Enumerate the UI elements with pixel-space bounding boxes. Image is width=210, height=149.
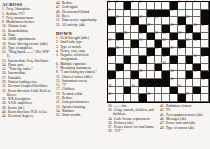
grid-cell[interactable] (147, 71, 155, 79)
cell-number: 24 (139, 33, 142, 36)
black-cell (162, 10, 170, 18)
grid-cell[interactable] (147, 40, 155, 48)
grid-cell[interactable]: 63 (162, 87, 170, 95)
cell-number: 27 (178, 33, 181, 36)
grid-cell[interactable]: 22 (201, 25, 209, 33)
black-cell (170, 87, 178, 95)
grid-cell[interactable]: 37 (131, 48, 139, 56)
cell-number: 20 (178, 25, 181, 28)
grid-cell[interactable]: 9 (124, 10, 132, 18)
grid-cell[interactable] (131, 10, 139, 18)
grid-cell[interactable]: 34 (186, 40, 194, 48)
grid-cell[interactable]: 16 (108, 25, 116, 33)
cell-number: 46 (124, 63, 127, 66)
grid-cell[interactable]: 36 (116, 48, 124, 56)
grid-cell[interactable]: 39 (170, 48, 178, 56)
cell-number: 48 (163, 63, 166, 66)
cell-number: 2 (116, 2, 117, 5)
grid-cell[interactable]: 44 (193, 56, 201, 64)
cell-number: 63 (163, 86, 166, 89)
cell-number: 23 (124, 33, 127, 36)
black-cell (139, 94, 147, 102)
cell-number: 61 (147, 86, 150, 89)
cell-number: 10 (171, 10, 174, 13)
cell-number: 35 (194, 40, 197, 43)
grid-cell[interactable]: 66 (147, 94, 155, 102)
cell-number: 31 (139, 40, 142, 43)
grid-cell[interactable] (124, 40, 132, 48)
cell-number: 30 (116, 40, 119, 43)
cell-number: 66 (147, 94, 150, 97)
grid-cell[interactable] (178, 64, 186, 72)
down-clue-list-1: 1. Field Strength (abb.)2. Small tube ty… (56, 37, 105, 118)
grid-cell[interactable]: 23 (124, 33, 132, 41)
grid-cell[interactable] (131, 94, 139, 102)
grid-cell[interactable]: 18 (147, 25, 155, 33)
cell-number: 47 (139, 63, 142, 66)
clue-number: 8. (56, 70, 59, 74)
grid-cell[interactable] (178, 71, 186, 79)
grid-cell[interactable] (201, 2, 209, 10)
clue-number: 31. (2, 84, 7, 88)
cell-number: 55 (132, 79, 135, 82)
cell-number: 16 (108, 25, 111, 28)
grid-cell[interactable]: 3 (131, 2, 139, 10)
clue-text: Electrical degrees. (8, 114, 34, 118)
cell-number: 21 (194, 25, 197, 28)
grid-cell[interactable]: 4 (139, 2, 147, 10)
grid-cell[interactable]: 31 (139, 40, 147, 48)
cell-number: 58 (202, 79, 205, 82)
grid-cell[interactable]: 40 (178, 48, 186, 56)
clue-number: 23. (2, 59, 7, 63)
clue-text: Crisp, smooth, slickless, and thickless. (113, 108, 154, 116)
clue-number: 12. (56, 75, 61, 79)
down-clues-column-2: 26. —— hat.30. Crisp, smooth, slickless,… (108, 105, 157, 135)
grid-cell[interactable] (116, 94, 124, 102)
cell-number: 33 (171, 40, 174, 43)
cell-number: 25 (155, 33, 158, 36)
clue-item: 39. “P.T.” (108, 130, 157, 134)
clue-number: 26. (2, 71, 7, 75)
grid-cell[interactable] (147, 2, 155, 10)
cell-number: 62 (155, 86, 158, 89)
across-clues-column: ACROSS 1. Freq. Absorption.3. Bedtime TV… (2, 2, 53, 119)
middle-clues-column: 44. Reduce.47. Grid signal.48. Electrocu… (56, 2, 105, 119)
grid-cell[interactable] (155, 56, 163, 64)
grid-cell[interactable]: 12 (139, 17, 147, 25)
cell-number: 28 (186, 33, 189, 36)
grid-cell[interactable] (170, 94, 178, 102)
cell-number: 45 (202, 56, 205, 59)
cell-number: 29 (108, 40, 111, 43)
grid-cell[interactable] (178, 10, 186, 18)
clue-number: 22. (56, 100, 61, 104)
grid-cell[interactable]: 46 (124, 64, 132, 72)
grid-cell[interactable]: 58 (201, 79, 209, 87)
cell-number: 22 (202, 25, 205, 28)
clue-number: 43. (2, 114, 7, 118)
clue-number: 36. (2, 101, 7, 105)
clue-text: Static trouble. (62, 113, 82, 117)
grid-cell[interactable] (124, 94, 132, 102)
black-cell (124, 87, 132, 95)
grid-cell[interactable]: 64 (178, 87, 186, 95)
grid-cell[interactable] (201, 33, 209, 41)
grid-cell[interactable] (193, 94, 201, 102)
cell-number: 44 (194, 56, 197, 59)
cell-number: 5 (178, 2, 179, 5)
cell-number: 8 (108, 10, 109, 13)
grid-cell[interactable] (201, 40, 209, 48)
cell-number: 67 (186, 94, 189, 97)
grid-cell[interactable] (193, 10, 201, 18)
cell-number: 6 (186, 2, 187, 5)
clue-number: 47. (160, 121, 165, 125)
clue-number: 52. (56, 23, 61, 27)
grid-cell[interactable]: 35 (193, 40, 201, 48)
grid-cell[interactable] (124, 71, 132, 79)
grid-cell[interactable]: 11 (116, 17, 124, 25)
cell-number: 38 (155, 48, 158, 51)
grid-cell[interactable]: 60 (131, 87, 139, 95)
black-cell (147, 33, 155, 41)
clue-item: 43. Electrical degrees. (2, 115, 53, 119)
crossword-grid: 1234567891011121314151617181920212223242… (107, 1, 210, 103)
grid-cell[interactable]: 21 (193, 25, 201, 33)
grid-cell[interactable]: 57 (186, 79, 194, 87)
grid-cell[interactable] (201, 64, 209, 72)
cell-number: 56 (171, 79, 174, 82)
grid-cell[interactable]: 25 (155, 33, 163, 41)
cell-number: 9 (124, 10, 125, 13)
grid-cell[interactable] (131, 56, 139, 64)
black-cell (139, 79, 147, 87)
cell-number: 12 (139, 17, 142, 20)
grid-cell[interactable] (124, 17, 132, 25)
clue-number: 10. (2, 24, 7, 28)
grid-cell[interactable] (139, 87, 147, 95)
black-cell (193, 87, 201, 95)
cell-number: 41 (108, 56, 111, 59)
clue-number: 47. (56, 5, 61, 9)
grid-cell[interactable]: 50 (116, 71, 124, 79)
grid-cell[interactable]: 51 (139, 71, 147, 79)
black-cell (201, 10, 209, 18)
cell-number: 3 (132, 2, 133, 5)
clue-number: 34. (108, 117, 113, 121)
grid-cell[interactable]: 8 (108, 10, 116, 18)
cell-number: 37 (132, 48, 135, 51)
clue-number: 6. (56, 62, 59, 66)
clue-item: 49. Type of current (ab). (160, 127, 208, 131)
down-clues-column-3: 41. Radiation element.42. TV.45. Test eq… (160, 105, 208, 131)
grid-cell[interactable]: 15 (186, 17, 194, 25)
grid-cell[interactable] (147, 64, 155, 72)
cell-number: 65 (108, 94, 111, 97)
cell-number: 49 (171, 63, 174, 66)
clue-text: Negative coefficient designation. (60, 53, 88, 61)
cell-number: 40 (178, 48, 181, 51)
cell-number: 64 (178, 86, 181, 89)
grid-cell[interactable] (162, 2, 170, 10)
clue-number: 5. (56, 53, 59, 57)
cell-number: 15 (186, 17, 189, 20)
crossword-page: ACROSS 1. Freq. Absorption.3. Bedtime TV… (0, 0, 210, 149)
cell-number: 14 (155, 17, 158, 20)
grid-cell[interactable]: 48 (162, 64, 170, 72)
grid-cell[interactable] (162, 94, 170, 102)
clue-number: 51. (56, 18, 61, 22)
cell-number: 19 (171, 25, 174, 28)
clue-text: “P.T.” (114, 129, 122, 133)
cell-number: 34 (186, 40, 189, 43)
grid-cell[interactable] (186, 48, 194, 56)
cell-number: 54 (108, 79, 111, 82)
black-cell (178, 94, 186, 102)
cell-number: 1 (108, 2, 109, 5)
black-cell (155, 64, 163, 72)
grid-cell[interactable] (116, 79, 124, 87)
cell-number: 43 (163, 56, 166, 59)
cell-number: 57 (186, 79, 189, 82)
grid-cell[interactable] (178, 56, 186, 64)
grid-cell[interactable] (108, 64, 116, 72)
clue-number: 42. (160, 108, 165, 112)
clue-number: 49. (160, 126, 165, 130)
clue-text: Type of current (ab). (166, 126, 195, 130)
crossword-grid-area: 1234567891011121314151617181920212223242… (107, 1, 210, 103)
grid-cell[interactable] (131, 33, 139, 41)
clue-text: “King Spark ——” (Pre-WW-I). (7, 50, 50, 58)
clue-text: Beam direction: Little Rock to Dover. (7, 89, 50, 97)
clue-number: 2. (56, 40, 59, 44)
across-clue-list-1: 1. Freq. Absorption.3. Bedtime TV?7. Fre… (2, 8, 53, 119)
cell-number: 51 (139, 71, 142, 74)
cell-number: 7 (194, 2, 195, 5)
down-clue-list-3: 41. Radiation element.42. TV.45. Test eq… (160, 105, 208, 130)
cell-number: 18 (147, 25, 150, 28)
grid-cell[interactable] (155, 2, 163, 10)
clue-number: 25. (56, 113, 61, 117)
grid-cell[interactable] (116, 25, 124, 33)
across-clue-list-2: 44. Reduce.47. Grid signal.48. Electrocu… (56, 2, 105, 27)
cell-number: 50 (116, 71, 119, 74)
cell-number: 4 (139, 2, 140, 5)
grid-cell[interactable] (201, 94, 209, 102)
grid-cell[interactable]: 29 (108, 40, 116, 48)
grid-cell[interactable]: 17 (131, 25, 139, 33)
cell-number: 59 (108, 86, 111, 89)
clue-number: 1. (2, 7, 5, 11)
grid-cell[interactable]: 56 (170, 79, 178, 87)
grid-cell[interactable]: 5 (178, 2, 186, 10)
grid-cell[interactable]: 14 (155, 17, 163, 25)
grid-cell[interactable] (124, 48, 132, 56)
grid-cell[interactable] (155, 71, 163, 79)
cell-number: 32 (163, 40, 166, 43)
cell-number: 53 (194, 71, 197, 74)
cell-number: 13 (147, 17, 150, 20)
grid-cell[interactable] (124, 79, 132, 87)
grid-cell[interactable] (201, 87, 209, 95)
clue-number: 38. (2, 106, 7, 110)
grid-cell[interactable] (193, 79, 201, 87)
black-cell (186, 56, 194, 64)
grid-cell[interactable]: 7 (193, 2, 201, 10)
grid-cell[interactable] (155, 94, 163, 102)
cell-number: 52 (171, 71, 174, 74)
black-cell (162, 71, 170, 79)
cell-number: 60 (132, 86, 135, 89)
clue-item: 25. Static trouble. (56, 114, 105, 118)
cell-number: 36 (116, 48, 119, 51)
grid-cell[interactable]: 67 (186, 94, 194, 102)
cell-number: 17 (132, 25, 135, 28)
grid-cell[interactable]: 45 (201, 56, 209, 64)
clue-text: All activity. (ab). (62, 23, 86, 27)
grid-cell[interactable]: 19 (170, 25, 178, 33)
clue-item: 52. All activity. (ab). (56, 24, 105, 28)
clue-number: 3. (2, 12, 5, 16)
clue-number: 17. (56, 87, 61, 91)
grid-cell[interactable]: 62 (155, 87, 163, 95)
grid-cell[interactable]: 65 (108, 94, 116, 102)
grid-cell[interactable] (116, 87, 124, 95)
grid-cell[interactable]: 27 (178, 33, 186, 41)
grid-cell[interactable]: 2 (116, 2, 124, 10)
clue-number: 39. (108, 129, 113, 133)
grid-cell[interactable] (162, 17, 170, 25)
grid-cell[interactable] (116, 56, 124, 64)
grid-cell[interactable]: 6 (186, 2, 194, 10)
cell-number: 26 (163, 33, 166, 36)
clue-number: 16. (2, 37, 7, 41)
grid-cell[interactable] (139, 48, 147, 56)
cell-number: 42 (147, 56, 150, 59)
grid-cell[interactable] (131, 64, 139, 72)
grid-cell[interactable]: 42 (147, 56, 155, 64)
cell-number: 39 (171, 48, 174, 51)
grid-cell[interactable]: 38 (155, 48, 163, 56)
cell-number: 11 (116, 17, 119, 20)
down-clue-list-2: 26. —— hat.30. Crisp, smooth, slickless,… (108, 105, 157, 134)
grid-cell[interactable]: 53 (193, 71, 201, 79)
grid-cell[interactable]: 32 (162, 40, 170, 48)
grid-cell[interactable]: 41 (108, 56, 116, 64)
grid-cell[interactable]: 10 (170, 10, 178, 18)
grid-cell[interactable] (186, 64, 194, 72)
